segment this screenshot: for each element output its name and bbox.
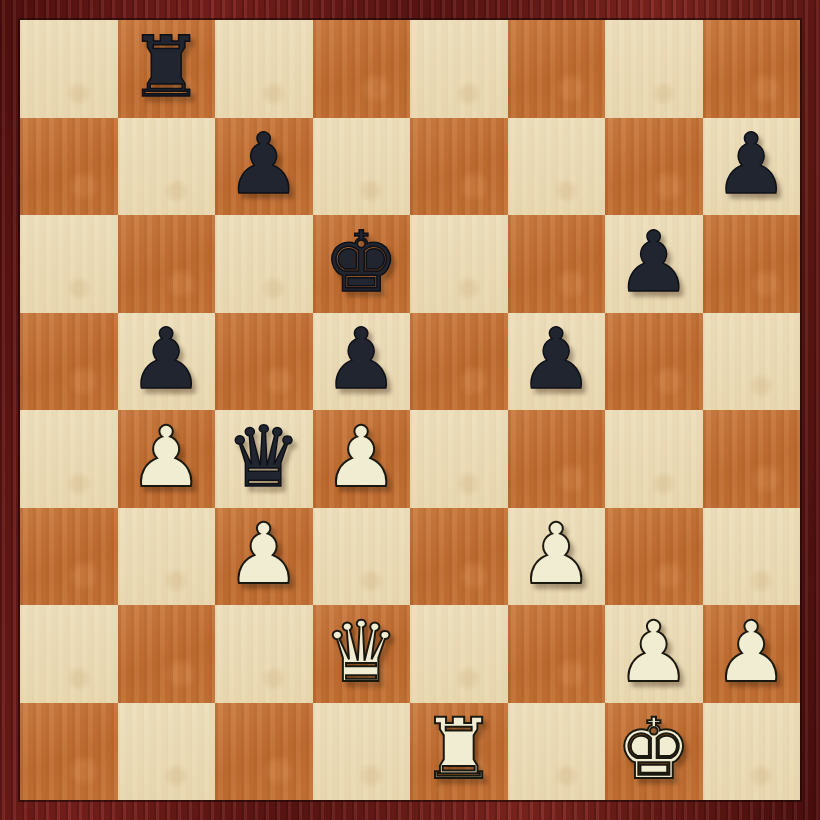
square-e4[interactable]	[410, 410, 508, 508]
square-a8[interactable]	[20, 20, 118, 118]
square-b5[interactable]: ♟	[118, 313, 216, 411]
square-h6[interactable]	[703, 215, 801, 313]
piece-white-queen[interactable]: ♛	[324, 610, 399, 694]
square-g5[interactable]	[605, 313, 703, 411]
square-b6[interactable]	[118, 215, 216, 313]
piece-white-king[interactable]: ♚	[616, 707, 691, 791]
piece-black-pawn[interactable]: ♟	[226, 122, 301, 206]
piece-black-king[interactable]: ♚	[324, 220, 399, 304]
square-b1[interactable]	[118, 703, 216, 801]
square-f5[interactable]: ♟	[508, 313, 606, 411]
square-a3[interactable]	[20, 508, 118, 606]
board-frame: ♜♟♟♚♟♟♟♟♟♛♟♟♟♛♟♟♜♚	[0, 0, 820, 820]
square-c1[interactable]	[215, 703, 313, 801]
piece-white-pawn[interactable]: ♟	[519, 512, 594, 596]
square-a7[interactable]	[20, 118, 118, 216]
square-h5[interactable]	[703, 313, 801, 411]
square-f1[interactable]	[508, 703, 606, 801]
square-e6[interactable]	[410, 215, 508, 313]
square-f8[interactable]	[508, 20, 606, 118]
piece-black-pawn[interactable]: ♟	[129, 317, 204, 401]
square-f6[interactable]	[508, 215, 606, 313]
square-d8[interactable]	[313, 20, 411, 118]
piece-black-pawn[interactable]: ♟	[616, 220, 691, 304]
piece-black-pawn[interactable]: ♟	[519, 317, 594, 401]
square-g3[interactable]	[605, 508, 703, 606]
square-a1[interactable]	[20, 703, 118, 801]
square-g2[interactable]: ♟	[605, 605, 703, 703]
square-e3[interactable]	[410, 508, 508, 606]
square-e1[interactable]: ♜	[410, 703, 508, 801]
piece-white-pawn[interactable]: ♟	[714, 610, 789, 694]
square-h2[interactable]: ♟	[703, 605, 801, 703]
square-c7[interactable]: ♟	[215, 118, 313, 216]
square-e8[interactable]	[410, 20, 508, 118]
square-h3[interactable]	[703, 508, 801, 606]
square-c3[interactable]: ♟	[215, 508, 313, 606]
square-g6[interactable]: ♟	[605, 215, 703, 313]
square-f3[interactable]: ♟	[508, 508, 606, 606]
piece-black-queen[interactable]: ♛	[226, 415, 301, 499]
piece-white-pawn[interactable]: ♟	[324, 415, 399, 499]
chess-diagram: ♜♟♟♚♟♟♟♟♟♛♟♟♟♛♟♟♜♚	[0, 0, 820, 820]
square-d4[interactable]: ♟	[313, 410, 411, 508]
square-c4[interactable]: ♛	[215, 410, 313, 508]
square-c2[interactable]	[215, 605, 313, 703]
square-d1[interactable]	[313, 703, 411, 801]
square-e5[interactable]	[410, 313, 508, 411]
square-g1[interactable]: ♚	[605, 703, 703, 801]
square-b4[interactable]: ♟	[118, 410, 216, 508]
piece-white-pawn[interactable]: ♟	[616, 610, 691, 694]
square-d3[interactable]	[313, 508, 411, 606]
square-b7[interactable]	[118, 118, 216, 216]
square-c5[interactable]	[215, 313, 313, 411]
square-h7[interactable]: ♟	[703, 118, 801, 216]
square-d2[interactable]: ♛	[313, 605, 411, 703]
square-c6[interactable]	[215, 215, 313, 313]
square-f7[interactable]	[508, 118, 606, 216]
chess-board: ♜♟♟♚♟♟♟♟♟♛♟♟♟♛♟♟♜♚	[20, 20, 800, 800]
square-g4[interactable]	[605, 410, 703, 508]
square-f2[interactable]	[508, 605, 606, 703]
square-e7[interactable]	[410, 118, 508, 216]
square-a5[interactable]	[20, 313, 118, 411]
piece-black-pawn[interactable]: ♟	[714, 122, 789, 206]
square-b8[interactable]: ♜	[118, 20, 216, 118]
square-d7[interactable]	[313, 118, 411, 216]
square-a2[interactable]	[20, 605, 118, 703]
square-h4[interactable]	[703, 410, 801, 508]
square-g8[interactable]	[605, 20, 703, 118]
piece-white-pawn[interactable]: ♟	[129, 415, 204, 499]
square-c8[interactable]	[215, 20, 313, 118]
square-a6[interactable]	[20, 215, 118, 313]
square-e2[interactable]	[410, 605, 508, 703]
square-b3[interactable]	[118, 508, 216, 606]
square-d5[interactable]: ♟	[313, 313, 411, 411]
square-b2[interactable]	[118, 605, 216, 703]
square-f4[interactable]	[508, 410, 606, 508]
piece-black-rook[interactable]: ♜	[129, 25, 204, 109]
square-d6[interactable]: ♚	[313, 215, 411, 313]
square-g7[interactable]	[605, 118, 703, 216]
square-h8[interactable]	[703, 20, 801, 118]
piece-black-pawn[interactable]: ♟	[324, 317, 399, 401]
piece-white-rook[interactable]: ♜	[421, 707, 496, 791]
piece-white-pawn[interactable]: ♟	[226, 512, 301, 596]
square-a4[interactable]	[20, 410, 118, 508]
square-h1[interactable]	[703, 703, 801, 801]
